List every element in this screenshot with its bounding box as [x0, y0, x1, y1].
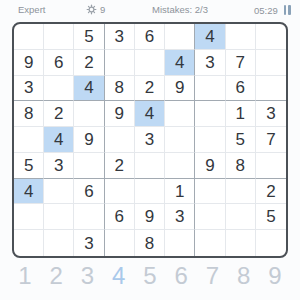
cell-r9c4[interactable] [105, 230, 135, 256]
cell-r7c3[interactable]: 6 [74, 179, 104, 205]
cell-r3c1[interactable]: 3 [14, 76, 44, 102]
pad-digit-3[interactable]: 3 [75, 264, 101, 288]
pad-digit-6[interactable]: 6 [168, 264, 194, 288]
sudoku-board: 5364962437348296829413493575329846126935… [12, 22, 288, 258]
timer-label: 05:29 [254, 5, 278, 16]
cell-r3c2[interactable] [44, 76, 74, 102]
cell-r7c5[interactable] [135, 179, 165, 205]
cell-r7c7[interactable] [195, 179, 225, 205]
cell-r6c6[interactable] [165, 153, 195, 179]
cell-r2c1[interactable]: 9 [14, 50, 44, 76]
difficulty-label: Expert [18, 4, 45, 15]
cell-r7c9[interactable]: 2 [256, 179, 286, 205]
pad-digit-4[interactable]: 4 [106, 264, 132, 288]
cell-r4c1[interactable]: 8 [14, 101, 44, 127]
timer-area: 05:29 [254, 4, 292, 16]
cell-r3c3[interactable]: 4 [74, 76, 104, 102]
cell-r4c8[interactable]: 1 [226, 101, 256, 127]
cell-r4c7[interactable] [195, 101, 225, 127]
cell-r1c6[interactable] [165, 24, 195, 50]
cell-r8c2[interactable] [44, 204, 74, 230]
pad-digit-8[interactable]: 8 [231, 264, 257, 288]
cell-r9c2[interactable] [44, 230, 74, 256]
cell-r1c8[interactable] [226, 24, 256, 50]
cell-r5c9[interactable]: 7 [256, 127, 286, 153]
cell-r4c5[interactable]: 4 [135, 101, 165, 127]
cell-r2c9[interactable] [256, 50, 286, 76]
hint-counter[interactable]: 9 [86, 4, 105, 15]
cell-r6c2[interactable]: 3 [44, 153, 74, 179]
cell-r9c3[interactable]: 3 [74, 230, 104, 256]
cell-r4c9[interactable]: 3 [256, 101, 286, 127]
header: Expert 9 Mistakes: 2/3 05:29 [0, 0, 300, 20]
cell-r8c3[interactable] [74, 204, 104, 230]
pad-digit-5[interactable]: 5 [137, 264, 163, 288]
cell-r1c4[interactable]: 3 [105, 24, 135, 50]
cell-r9c1[interactable] [14, 230, 44, 256]
cell-r5c3[interactable]: 9 [74, 127, 104, 153]
pad-digit-1[interactable]: 1 [12, 264, 38, 288]
cell-r2c4[interactable] [105, 50, 135, 76]
pad-digit-9[interactable]: 9 [262, 264, 288, 288]
cell-r1c7[interactable]: 4 [195, 24, 225, 50]
cell-r2c5[interactable] [135, 50, 165, 76]
cell-r1c5[interactable]: 6 [135, 24, 165, 50]
cell-r4c3[interactable] [74, 101, 104, 127]
cell-r5c1[interactable] [14, 127, 44, 153]
cell-r3c7[interactable] [195, 76, 225, 102]
cell-r1c3[interactable]: 5 [74, 24, 104, 50]
cell-r7c4[interactable] [105, 179, 135, 205]
cell-r8c4[interactable]: 6 [105, 204, 135, 230]
cell-r8c6[interactable]: 3 [165, 204, 195, 230]
cell-r9c6[interactable] [165, 230, 195, 256]
cell-r5c6[interactable] [165, 127, 195, 153]
cell-r6c9[interactable] [256, 153, 286, 179]
cell-r6c7[interactable]: 9 [195, 153, 225, 179]
cell-r2c2[interactable]: 6 [44, 50, 74, 76]
cell-r1c1[interactable] [14, 24, 44, 50]
cell-r9c8[interactable] [226, 230, 256, 256]
pad-digit-7[interactable]: 7 [200, 264, 226, 288]
cell-r7c1[interactable]: 4 [14, 179, 44, 205]
pause-button[interactable] [283, 4, 292, 16]
cell-r6c5[interactable] [135, 153, 165, 179]
cell-r8c9[interactable]: 5 [256, 204, 286, 230]
cell-r1c9[interactable] [256, 24, 286, 50]
cell-r2c6[interactable]: 4 [165, 50, 195, 76]
cell-r5c4[interactable] [105, 127, 135, 153]
cell-r4c2[interactable]: 2 [44, 101, 74, 127]
cell-r6c4[interactable]: 2 [105, 153, 135, 179]
cell-r8c7[interactable] [195, 204, 225, 230]
cell-r5c7[interactable] [195, 127, 225, 153]
cell-r5c2[interactable]: 4 [44, 127, 74, 153]
cell-r9c7[interactable] [195, 230, 225, 256]
cell-r7c6[interactable]: 1 [165, 179, 195, 205]
hint-count-label: 9 [100, 4, 105, 15]
cell-r6c1[interactable]: 5 [14, 153, 44, 179]
cell-r4c4[interactable]: 9 [105, 101, 135, 127]
cell-r1c2[interactable] [44, 24, 74, 50]
cell-r5c8[interactable]: 5 [226, 127, 256, 153]
cell-r8c1[interactable] [14, 204, 44, 230]
cell-r9c5[interactable]: 8 [135, 230, 165, 256]
cell-r3c4[interactable]: 8 [105, 76, 135, 102]
cell-r2c8[interactable]: 7 [226, 50, 256, 76]
cell-r9c9[interactable] [256, 230, 286, 256]
cell-r8c8[interactable] [226, 204, 256, 230]
pad-digit-2[interactable]: 2 [43, 264, 69, 288]
number-pad: 123456789 [12, 259, 288, 293]
cell-r7c2[interactable] [44, 179, 74, 205]
pause-icon [284, 5, 287, 15]
cell-r4c6[interactable] [165, 101, 195, 127]
cell-r2c7[interactable]: 3 [195, 50, 225, 76]
cell-r3c6[interactable]: 9 [165, 76, 195, 102]
cell-r2c3[interactable]: 2 [74, 50, 104, 76]
cell-r6c8[interactable]: 8 [226, 153, 256, 179]
cell-r5c5[interactable]: 3 [135, 127, 165, 153]
cell-r6c3[interactable] [74, 153, 104, 179]
gear-icon [86, 4, 97, 15]
cell-r7c8[interactable] [226, 179, 256, 205]
cell-r3c5[interactable]: 2 [135, 76, 165, 102]
cell-r3c9[interactable] [256, 76, 286, 102]
mistakes-label: Mistakes: 2/3 [152, 4, 208, 15]
cell-r8c5[interactable]: 9 [135, 204, 165, 230]
cell-r3c8[interactable]: 6 [226, 76, 256, 102]
